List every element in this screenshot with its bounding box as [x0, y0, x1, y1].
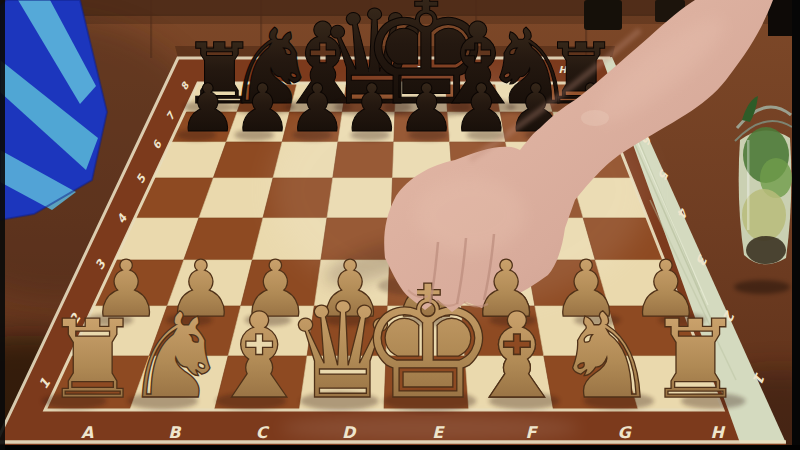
piece-black-pawn-b7[interactable]: ♟: [233, 70, 292, 147]
label-file-bottom-g: G: [617, 423, 632, 442]
hand-highlight: [415, 177, 525, 253]
jar-soil: [746, 236, 786, 264]
chessboard-photo: AABBCCDDEEFFGGHH1122334455667788♜♞♝♛♚♝♞♜…: [0, 0, 800, 450]
scene: AABBCCDDEEFFGGHH1122334455667788♜♞♝♛♚♝♞♜…: [0, 0, 800, 450]
piece-black-pawn-a7[interactable]: ♟: [178, 70, 237, 147]
jar-shadow: [734, 280, 790, 294]
letterbox-left: [0, 0, 5, 450]
label-file-bottom-a: A: [81, 423, 94, 442]
piece-black-pawn-c7[interactable]: ♟: [288, 70, 347, 147]
label-file-bottom-b: B: [168, 423, 182, 442]
jar-glint: [747, 140, 750, 230]
piece-black-pawn-d7[interactable]: ♟: [342, 70, 401, 147]
piece-black-pawn-e7[interactable]: ♟: [397, 70, 456, 147]
furniture-leg: [768, 0, 794, 36]
piece-white-rook-h1[interactable]: ♜: [647, 297, 744, 422]
piece-white-bishop-f1[interactable]: ♝: [464, 287, 570, 425]
letterbox-bottom: [0, 445, 800, 450]
wrist-bone-highlight: [581, 110, 609, 126]
label-file-bottom-h: H: [711, 423, 726, 442]
letterbox-right: [792, 0, 800, 450]
